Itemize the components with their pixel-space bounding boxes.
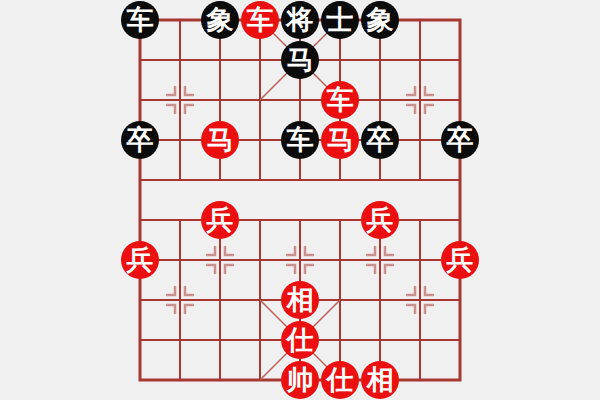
piece-red-soldier[interactable]: 兵 [121,241,159,279]
piece-red-soldier[interactable]: 兵 [201,201,239,239]
piece-black-soldier[interactable]: 卒 [361,121,399,159]
piece-red-horse[interactable]: 马 [201,121,239,159]
piece-red-soldier[interactable]: 兵 [441,241,479,279]
piece-black-horse[interactable]: 马 [281,41,319,79]
xiangqi-app: 车象车将士象马车卒马车马卒卒兵兵兵兵相仕帅仕相 [0,0,600,400]
piece-red-soldier[interactable]: 兵 [361,201,399,239]
piece-black-chariot[interactable]: 车 [121,1,159,39]
piece-red-advisor[interactable]: 仕 [321,361,359,399]
piece-black-advisor[interactable]: 士 [321,1,359,39]
piece-black-elephant[interactable]: 象 [361,1,399,39]
piece-red-chariot[interactable]: 车 [321,81,359,119]
piece-black-elephant[interactable]: 象 [201,1,239,39]
piece-red-advisor[interactable]: 仕 [281,321,319,359]
piece-black-soldier[interactable]: 卒 [121,121,159,159]
board-grid[interactable]: 车象车将士象马车卒马车马卒卒兵兵兵兵相仕帅仕相 [120,0,480,400]
piece-red-elephant[interactable]: 相 [361,361,399,399]
piece-red-elephant[interactable]: 相 [281,281,319,319]
piece-red-horse[interactable]: 马 [321,121,359,159]
piece-red-general[interactable]: 帅 [281,361,319,399]
piece-black-soldier[interactable]: 卒 [441,121,479,159]
piece-black-general[interactable]: 将 [281,1,319,39]
piece-black-chariot[interactable]: 车 [281,121,319,159]
piece-red-chariot[interactable]: 车 [241,1,279,39]
